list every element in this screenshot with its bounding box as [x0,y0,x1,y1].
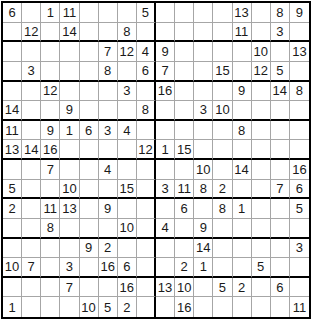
cell-r14c11[interactable]: 1 [194,258,213,278]
cell-r10c15[interactable]: 7 [271,180,290,200]
cell-r15c1[interactable] [3,278,22,298]
cell-r6c7[interactable] [118,101,137,121]
cell-r15c9[interactable]: 13 [156,278,175,298]
cell-r14c13[interactable] [233,258,252,278]
cell-r14c2[interactable]: 7 [22,258,41,278]
cell-r6c14[interactable] [252,101,271,121]
cell-r11c15[interactable] [271,199,290,219]
cell-r16c16[interactable]: 11 [290,297,309,317]
cell-r12c6[interactable] [99,219,118,239]
cell-r3c14[interactable]: 10 [252,42,271,62]
cell-r3c2[interactable] [22,42,41,62]
cell-r3c12[interactable] [213,42,232,62]
cell-r12c3[interactable]: 8 [41,219,60,239]
cell-r4c7[interactable] [118,62,137,82]
cell-r14c7[interactable]: 6 [118,258,137,278]
cell-r8c16[interactable] [290,140,309,160]
cell-r10c14[interactable] [252,180,271,200]
cell-r5c14[interactable] [252,82,271,102]
cell-r9c11[interactable]: 10 [194,160,213,180]
cell-r15c12[interactable]: 5 [213,278,232,298]
cell-r16c4[interactable] [60,297,79,317]
cell-r7c12[interactable] [213,121,232,141]
cell-r6c5[interactable] [80,101,99,121]
cell-r12c13[interactable] [233,219,252,239]
cell-r14c15[interactable] [271,258,290,278]
cell-r3c8[interactable]: 4 [137,42,156,62]
cell-r15c3[interactable] [41,278,60,298]
cell-r4c15[interactable]: 5 [271,62,290,82]
cell-r15c13[interactable]: 2 [233,278,252,298]
cell-r5c12[interactable] [213,82,232,102]
cell-r12c9[interactable]: 4 [156,219,175,239]
cell-r2c10[interactable] [175,23,194,43]
cell-r4c6[interactable]: 8 [99,62,118,82]
cell-r2c6[interactable] [99,23,118,43]
cell-r8c3[interactable]: 16 [41,140,60,160]
cell-r10c9[interactable]: 3 [156,180,175,200]
cell-r2c16[interactable] [290,23,309,43]
cell-r6c4[interactable]: 9 [60,101,79,121]
cell-r3c3[interactable] [41,42,60,62]
cell-r4c5[interactable] [80,62,99,82]
cell-r3c5[interactable] [80,42,99,62]
cell-r5c11[interactable] [194,82,213,102]
cell-r11c2[interactable] [22,199,41,219]
cell-r1c12[interactable] [213,3,232,23]
cell-r2c8[interactable] [137,23,156,43]
cell-r9c8[interactable] [137,160,156,180]
cell-r3c9[interactable]: 9 [156,42,175,62]
cell-r9c1[interactable] [3,160,22,180]
cell-r15c15[interactable]: 6 [271,278,290,298]
cell-r5c6[interactable] [99,82,118,102]
cell-r12c16[interactable] [290,219,309,239]
cell-r4c10[interactable] [175,62,194,82]
cell-r7c15[interactable] [271,121,290,141]
cell-r15c11[interactable] [194,278,213,298]
cell-r16c9[interactable] [156,297,175,317]
cell-r16c12[interactable] [213,297,232,317]
cell-r5c4[interactable] [60,82,79,102]
cell-r2c14[interactable] [252,23,271,43]
cell-r7c10[interactable] [175,121,194,141]
cell-r11c7[interactable] [118,199,137,219]
cell-r7c1[interactable]: 11 [3,121,22,141]
cell-r9c16[interactable]: 16 [290,160,309,180]
cell-r13c1[interactable] [3,239,22,259]
cell-r8c2[interactable]: 14 [22,140,41,160]
cell-r3c11[interactable] [194,42,213,62]
cell-r12c10[interactable] [175,219,194,239]
cell-r14c12[interactable] [213,258,232,278]
cell-r6c2[interactable] [22,101,41,121]
cell-r13c16[interactable]: 3 [290,239,309,259]
cell-r14c16[interactable] [290,258,309,278]
cell-r6c1[interactable]: 14 [3,101,22,121]
cell-r15c16[interactable] [290,278,309,298]
cell-r2c1[interactable] [3,23,22,43]
cell-r7c9[interactable] [156,121,175,141]
cell-r1c13[interactable]: 13 [233,3,252,23]
cell-r1c9[interactable] [156,3,175,23]
cell-r7c3[interactable]: 9 [41,121,60,141]
cell-r10c8[interactable] [137,180,156,200]
cell-r8c9[interactable]: 1 [156,140,175,160]
cell-r13c10[interactable] [175,239,194,259]
cell-r11c8[interactable] [137,199,156,219]
cell-r1c15[interactable]: 8 [271,3,290,23]
cell-r12c5[interactable] [80,219,99,239]
cell-r10c4[interactable]: 10 [60,180,79,200]
cell-r6c6[interactable] [99,101,118,121]
cell-r5c7[interactable]: 3 [118,82,137,102]
cell-r2c5[interactable] [80,23,99,43]
cell-r5c5[interactable] [80,82,99,102]
cell-r4c4[interactable] [60,62,79,82]
cell-r5c13[interactable]: 9 [233,82,252,102]
cell-r10c3[interactable] [41,180,60,200]
cell-r15c7[interactable]: 16 [118,278,137,298]
cell-r16c6[interactable]: 5 [99,297,118,317]
cell-r7c6[interactable]: 3 [99,121,118,141]
cell-r1c8[interactable]: 5 [137,3,156,23]
cell-r4c8[interactable]: 6 [137,62,156,82]
cell-r16c8[interactable] [137,297,156,317]
cell-r5c10[interactable] [175,82,194,102]
cell-r6c3[interactable] [41,101,60,121]
cell-r13c15[interactable] [271,239,290,259]
cell-r11c1[interactable]: 2 [3,199,22,219]
cell-r13c6[interactable]: 2 [99,239,118,259]
cell-r2c12[interactable] [213,23,232,43]
cell-r3c4[interactable] [60,42,79,62]
cell-r16c7[interactable]: 2 [118,297,137,317]
cell-r6c13[interactable] [233,101,252,121]
cell-r14c4[interactable]: 3 [60,258,79,278]
cell-r3c16[interactable]: 13 [290,42,309,62]
cell-r2c9[interactable] [156,23,175,43]
cell-r8c6[interactable] [99,140,118,160]
cell-r13c14[interactable] [252,239,271,259]
cell-r16c2[interactable] [22,297,41,317]
cell-r14c10[interactable]: 2 [175,258,194,278]
cell-r6c10[interactable] [175,101,194,121]
cell-r8c13[interactable] [233,140,252,160]
cell-r7c2[interactable] [22,121,41,141]
cell-r8c7[interactable] [118,140,137,160]
cell-r9c6[interactable]: 4 [99,160,118,180]
cell-r3c10[interactable] [175,42,194,62]
cell-r4c3[interactable] [41,62,60,82]
cell-r13c9[interactable] [156,239,175,259]
cell-r11c13[interactable]: 1 [233,199,252,219]
cell-r1c1[interactable]: 6 [3,3,22,23]
cell-r9c15[interactable] [271,160,290,180]
cell-r1c3[interactable]: 1 [41,3,60,23]
cell-r9c2[interactable] [22,160,41,180]
cell-r13c3[interactable] [41,239,60,259]
cell-r9c14[interactable] [252,160,271,180]
cell-r8c4[interactable] [60,140,79,160]
cell-r1c14[interactable] [252,3,271,23]
cell-r9c9[interactable] [156,160,175,180]
cell-r4c12[interactable]: 15 [213,62,232,82]
cell-r9c3[interactable]: 7 [41,160,60,180]
cell-r1c11[interactable] [194,3,213,23]
cell-r16c3[interactable] [41,297,60,317]
cell-r15c14[interactable] [252,278,271,298]
cell-r12c1[interactable] [3,219,22,239]
cell-r10c1[interactable]: 5 [3,180,22,200]
cell-r16c10[interactable]: 16 [175,297,194,317]
cell-r11c11[interactable] [194,199,213,219]
cell-r12c2[interactable] [22,219,41,239]
cell-r15c10[interactable]: 10 [175,278,194,298]
cell-r12c8[interactable] [137,219,156,239]
cell-r4c1[interactable] [3,62,22,82]
cell-r9c4[interactable] [60,160,79,180]
cell-r16c11[interactable] [194,297,213,317]
cell-r11c6[interactable]: 9 [99,199,118,219]
cell-r12c11[interactable]: 9 [194,219,213,239]
cell-r2c3[interactable] [41,23,60,43]
cell-r6c12[interactable]: 10 [213,101,232,121]
cell-r5c8[interactable] [137,82,156,102]
cell-r3c15[interactable] [271,42,290,62]
cell-r6c11[interactable]: 3 [194,101,213,121]
cell-r10c6[interactable] [99,180,118,200]
cell-r1c10[interactable] [175,3,194,23]
cell-r7c5[interactable]: 6 [80,121,99,141]
cell-r8c1[interactable]: 13 [3,140,22,160]
cell-r11c12[interactable]: 8 [213,199,232,219]
cell-r11c5[interactable] [80,199,99,219]
cell-r8c8[interactable]: 12 [137,140,156,160]
cell-r1c16[interactable]: 9 [290,3,309,23]
cell-r3c6[interactable]: 7 [99,42,118,62]
cell-r5c16[interactable]: 8 [290,82,309,102]
cell-r3c7[interactable]: 12 [118,42,137,62]
cell-r14c3[interactable] [41,258,60,278]
cell-r11c16[interactable]: 5 [290,199,309,219]
cell-r8c5[interactable] [80,140,99,160]
cell-r13c5[interactable]: 9 [80,239,99,259]
cell-r5c2[interactable] [22,82,41,102]
sudoku-board: 6111513891214811371249101338671512512316… [1,1,311,319]
cell-r4c2[interactable]: 3 [22,62,41,82]
cell-r2c15[interactable]: 3 [271,23,290,43]
cell-r15c6[interactable] [99,278,118,298]
cell-r11c4[interactable]: 13 [60,199,79,219]
cell-r8c15[interactable] [271,140,290,160]
cell-r14c14[interactable]: 5 [252,258,271,278]
cell-r13c2[interactable] [22,239,41,259]
cell-r12c14[interactable] [252,219,271,239]
cell-r13c7[interactable] [118,239,137,259]
cell-r8c11[interactable] [194,140,213,160]
cell-r15c5[interactable] [80,278,99,298]
cell-r5c3[interactable]: 12 [41,82,60,102]
cell-r1c7[interactable] [118,3,137,23]
cell-r10c10[interactable]: 11 [175,180,194,200]
cell-r13c4[interactable] [60,239,79,259]
cell-r9c5[interactable] [80,160,99,180]
cell-r6c15[interactable] [271,101,290,121]
cell-r16c5[interactable]: 10 [80,297,99,317]
cell-r4c14[interactable]: 12 [252,62,271,82]
cell-r11c9[interactable] [156,199,175,219]
cell-r6c16[interactable] [290,101,309,121]
cell-r10c7[interactable]: 15 [118,180,137,200]
cell-r4c11[interactable] [194,62,213,82]
cell-r4c13[interactable] [233,62,252,82]
cell-r10c2[interactable] [22,180,41,200]
cell-r10c13[interactable] [233,180,252,200]
cell-r7c4[interactable]: 1 [60,121,79,141]
cell-r13c12[interactable] [213,239,232,259]
cell-r14c6[interactable]: 16 [99,258,118,278]
cell-r16c1[interactable]: 1 [3,297,22,317]
cell-r12c12[interactable] [213,219,232,239]
cell-r7c7[interactable]: 4 [118,121,137,141]
cell-r12c7[interactable]: 10 [118,219,137,239]
cell-r4c9[interactable]: 7 [156,62,175,82]
cell-r5c9[interactable]: 16 [156,82,175,102]
cell-r7c16[interactable] [290,121,309,141]
cell-r6c9[interactable] [156,101,175,121]
cell-r6c8[interactable]: 8 [137,101,156,121]
cell-r2c7[interactable]: 8 [118,23,137,43]
cell-r5c15[interactable]: 14 [271,82,290,102]
cell-r9c13[interactable]: 14 [233,160,252,180]
cell-r1c6[interactable] [99,3,118,23]
cell-r5c1[interactable] [3,82,22,102]
cell-r13c11[interactable]: 14 [194,239,213,259]
cell-r11c14[interactable] [252,199,271,219]
cell-r7c8[interactable] [137,121,156,141]
cell-r16c14[interactable] [252,297,271,317]
cell-r10c12[interactable]: 2 [213,180,232,200]
cell-r16c13[interactable] [233,297,252,317]
cell-r15c4[interactable]: 7 [60,278,79,298]
cell-r16c15[interactable] [271,297,290,317]
cell-r13c8[interactable] [137,239,156,259]
cell-r4c16[interactable] [290,62,309,82]
cell-r2c2[interactable]: 12 [22,23,41,43]
cell-r1c5[interactable] [80,3,99,23]
cell-r3c13[interactable] [233,42,252,62]
cell-r2c11[interactable] [194,23,213,43]
cell-r9c10[interactable] [175,160,194,180]
cell-r15c8[interactable] [137,278,156,298]
cell-r1c4[interactable]: 11 [60,3,79,23]
cell-r15c2[interactable] [22,278,41,298]
cell-r14c5[interactable] [80,258,99,278]
cell-r10c11[interactable]: 8 [194,180,213,200]
cell-r9c7[interactable] [118,160,137,180]
cell-r14c8[interactable] [137,258,156,278]
cell-r8c14[interactable] [252,140,271,160]
cell-r2c4[interactable]: 14 [60,23,79,43]
cell-r2c13[interactable]: 11 [233,23,252,43]
cell-r7c11[interactable] [194,121,213,141]
cell-r3c1[interactable] [3,42,22,62]
cell-r7c14[interactable] [252,121,271,141]
cell-r14c1[interactable]: 10 [3,258,22,278]
cell-r13c13[interactable] [233,239,252,259]
cell-r11c3[interactable]: 11 [41,199,60,219]
cell-r11c10[interactable]: 6 [175,199,194,219]
cell-r8c12[interactable] [213,140,232,160]
cell-r10c16[interactable]: 6 [290,180,309,200]
cell-r12c4[interactable] [60,219,79,239]
cell-r9c12[interactable] [213,160,232,180]
cell-r10c5[interactable] [80,180,99,200]
cell-r12c15[interactable] [271,219,290,239]
cell-r7c13[interactable]: 8 [233,121,252,141]
cell-r1c2[interactable] [22,3,41,23]
cell-r14c9[interactable] [156,258,175,278]
cell-r8c10[interactable]: 15 [175,140,194,160]
